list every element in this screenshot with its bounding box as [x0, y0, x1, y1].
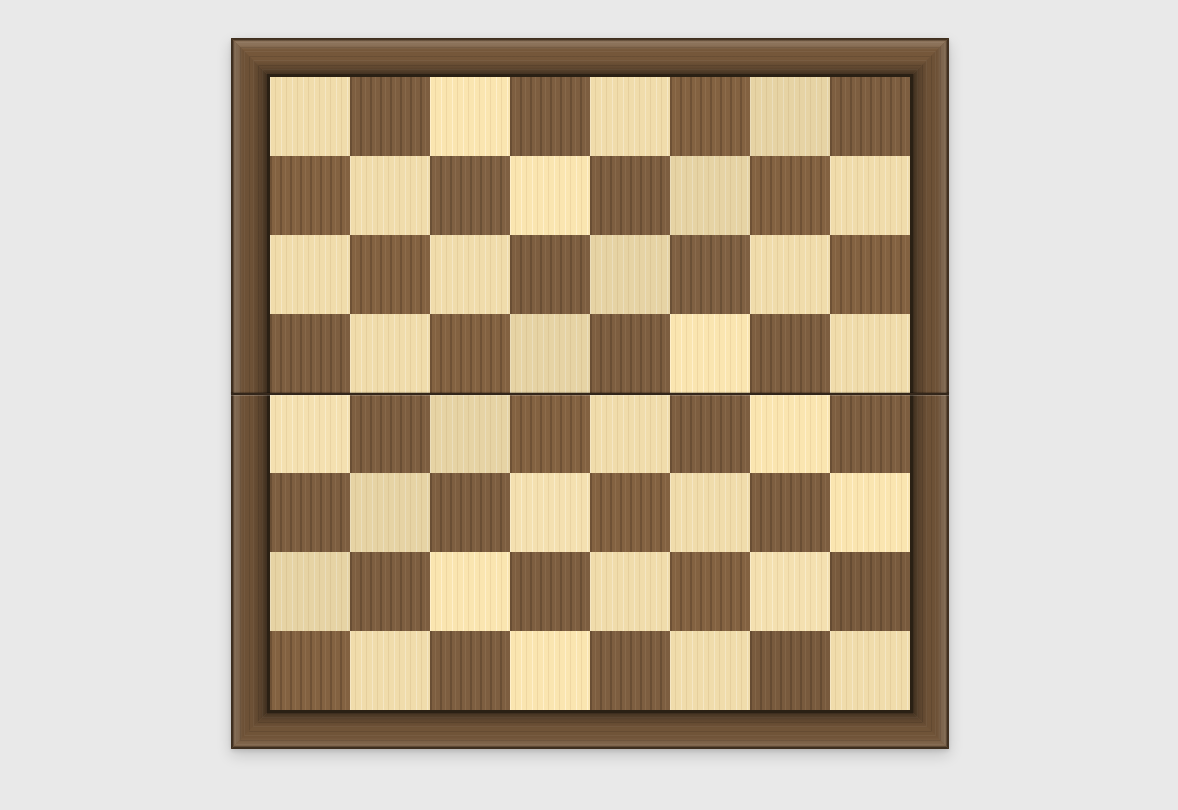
square-a3[interactable] — [270, 473, 350, 552]
square-c3[interactable] — [430, 473, 510, 552]
square-a1[interactable] — [270, 631, 350, 710]
square-b2[interactable] — [350, 552, 430, 631]
square-c6[interactable] — [430, 235, 510, 314]
square-c2[interactable] — [430, 552, 510, 631]
square-g8[interactable] — [750, 77, 830, 156]
square-g4[interactable] — [750, 394, 830, 473]
square-b3[interactable] — [350, 473, 430, 552]
square-b6[interactable] — [350, 235, 430, 314]
square-a8[interactable] — [270, 77, 350, 156]
square-f1[interactable] — [670, 631, 750, 710]
square-f4[interactable] — [670, 394, 750, 473]
square-c1[interactable] — [430, 631, 510, 710]
square-c4[interactable] — [430, 394, 510, 473]
square-f3[interactable] — [670, 473, 750, 552]
square-a2[interactable] — [270, 552, 350, 631]
square-d7[interactable] — [510, 156, 590, 235]
square-b4[interactable] — [350, 394, 430, 473]
square-a7[interactable] — [270, 156, 350, 235]
square-g3[interactable] — [750, 473, 830, 552]
square-d3[interactable] — [510, 473, 590, 552]
square-e6[interactable] — [590, 235, 670, 314]
frame-rail-bottom — [231, 713, 949, 749]
square-e2[interactable] — [590, 552, 670, 631]
square-f6[interactable] — [670, 235, 750, 314]
square-d6[interactable] — [510, 235, 590, 314]
square-h4[interactable] — [830, 394, 910, 473]
square-g1[interactable] — [750, 631, 830, 710]
square-g6[interactable] — [750, 235, 830, 314]
square-f7[interactable] — [670, 156, 750, 235]
square-d5[interactable] — [510, 314, 590, 393]
square-b1[interactable] — [350, 631, 430, 710]
square-b8[interactable] — [350, 77, 430, 156]
square-g5[interactable] — [750, 314, 830, 393]
square-a5[interactable] — [270, 314, 350, 393]
square-d2[interactable] — [510, 552, 590, 631]
square-b5[interactable] — [350, 314, 430, 393]
square-b7[interactable] — [350, 156, 430, 235]
square-h7[interactable] — [830, 156, 910, 235]
square-e1[interactable] — [590, 631, 670, 710]
square-e3[interactable] — [590, 473, 670, 552]
square-c8[interactable] — [430, 77, 510, 156]
square-h6[interactable] — [830, 235, 910, 314]
fold-seam — [231, 393, 949, 395]
chessboard — [231, 38, 949, 749]
square-f8[interactable] — [670, 77, 750, 156]
square-d8[interactable] — [510, 77, 590, 156]
square-a4[interactable] — [270, 394, 350, 473]
square-g7[interactable] — [750, 156, 830, 235]
square-g2[interactable] — [750, 552, 830, 631]
square-h1[interactable] — [830, 631, 910, 710]
square-c7[interactable] — [430, 156, 510, 235]
square-f2[interactable] — [670, 552, 750, 631]
square-d4[interactable] — [510, 394, 590, 473]
square-h8[interactable] — [830, 77, 910, 156]
square-h2[interactable] — [830, 552, 910, 631]
square-e8[interactable] — [590, 77, 670, 156]
square-e4[interactable] — [590, 394, 670, 473]
square-f5[interactable] — [670, 314, 750, 393]
photo-background — [0, 0, 1178, 810]
square-e5[interactable] — [590, 314, 670, 393]
square-c5[interactable] — [430, 314, 510, 393]
frame-rail-top — [231, 38, 949, 74]
square-d1[interactable] — [510, 631, 590, 710]
square-h3[interactable] — [830, 473, 910, 552]
square-h5[interactable] — [830, 314, 910, 393]
square-a6[interactable] — [270, 235, 350, 314]
square-e7[interactable] — [590, 156, 670, 235]
